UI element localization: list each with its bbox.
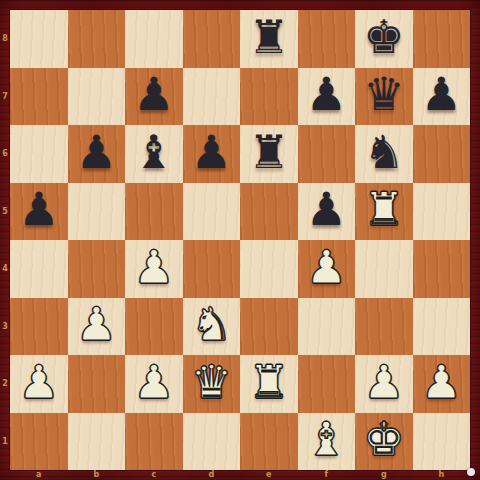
- piece-black-pawn-c7[interactable]: ♟: [133, 71, 174, 117]
- square-h4[interactable]: [413, 240, 471, 298]
- square-a3[interactable]: [10, 298, 68, 356]
- piece-black-rook-e6[interactable]: ♜: [248, 129, 289, 175]
- square-a6[interactable]: [10, 125, 68, 183]
- square-f8[interactable]: [298, 10, 356, 68]
- square-a2[interactable]: ♟: [10, 355, 68, 413]
- file-coordinates: abcdefgh: [10, 468, 470, 480]
- chess-board-app: ♜♚♟♟♛♟♟♝♟♜♞♟♟♜♟♟♟♞♟♟♛♜♟♟♝♚ 87654321 abcd…: [0, 0, 480, 480]
- square-e2[interactable]: ♜: [240, 355, 298, 413]
- square-a5[interactable]: ♟: [10, 183, 68, 241]
- square-g3[interactable]: [355, 298, 413, 356]
- rank-coordinates: 87654321: [0, 10, 10, 470]
- square-h6[interactable]: [413, 125, 471, 183]
- rank-label-4: 4: [0, 240, 10, 298]
- square-c6[interactable]: ♝: [125, 125, 183, 183]
- square-a1[interactable]: [10, 413, 68, 471]
- piece-white-rook-e2[interactable]: ♜: [248, 359, 289, 405]
- square-g8[interactable]: ♚: [355, 10, 413, 68]
- square-b3[interactable]: ♟: [68, 298, 126, 356]
- square-f1[interactable]: ♝: [298, 413, 356, 471]
- square-c8[interactable]: [125, 10, 183, 68]
- piece-white-rook-g5[interactable]: ♜: [363, 186, 404, 232]
- piece-white-queen-d2[interactable]: ♛: [191, 359, 232, 405]
- square-b6[interactable]: ♟: [68, 125, 126, 183]
- square-d7[interactable]: [183, 68, 241, 126]
- piece-black-pawn-a5[interactable]: ♟: [18, 186, 59, 232]
- square-h2[interactable]: ♟: [413, 355, 471, 413]
- square-c2[interactable]: ♟: [125, 355, 183, 413]
- square-d5[interactable]: [183, 183, 241, 241]
- rank-label-6: 6: [0, 125, 10, 183]
- square-d1[interactable]: [183, 413, 241, 471]
- square-d3[interactable]: ♞: [183, 298, 241, 356]
- rank-label-7: 7: [0, 68, 10, 126]
- square-a8[interactable]: [10, 10, 68, 68]
- square-e8[interactable]: ♜: [240, 10, 298, 68]
- rank-label-3: 3: [0, 298, 10, 356]
- square-h7[interactable]: ♟: [413, 68, 471, 126]
- piece-white-knight-d3[interactable]: ♞: [191, 301, 232, 347]
- piece-black-pawn-h7[interactable]: ♟: [421, 71, 462, 117]
- square-f6[interactable]: [298, 125, 356, 183]
- piece-black-knight-g6[interactable]: ♞: [363, 129, 404, 175]
- square-h8[interactable]: [413, 10, 471, 68]
- square-c5[interactable]: [125, 183, 183, 241]
- square-b1[interactable]: [68, 413, 126, 471]
- file-label-d: d: [183, 468, 241, 480]
- square-g5[interactable]: ♜: [355, 183, 413, 241]
- square-h3[interactable]: [413, 298, 471, 356]
- square-e3[interactable]: [240, 298, 298, 356]
- square-f2[interactable]: [298, 355, 356, 413]
- file-label-g: g: [355, 468, 413, 480]
- square-d4[interactable]: [183, 240, 241, 298]
- piece-black-pawn-b6[interactable]: ♟: [76, 129, 117, 175]
- square-g2[interactable]: ♟: [355, 355, 413, 413]
- square-c7[interactable]: ♟: [125, 68, 183, 126]
- file-label-c: c: [125, 468, 183, 480]
- piece-white-pawn-h2[interactable]: ♟: [421, 359, 462, 405]
- square-g6[interactable]: ♞: [355, 125, 413, 183]
- piece-black-rook-e8[interactable]: ♜: [248, 14, 289, 60]
- rank-label-5: 5: [0, 183, 10, 241]
- piece-white-pawn-b3[interactable]: ♟: [76, 301, 117, 347]
- square-b2[interactable]: [68, 355, 126, 413]
- side-to-move-indicator: [467, 468, 475, 476]
- square-b5[interactable]: [68, 183, 126, 241]
- square-c3[interactable]: [125, 298, 183, 356]
- square-g7[interactable]: ♛: [355, 68, 413, 126]
- file-label-f: f: [298, 468, 356, 480]
- square-d2[interactable]: ♛: [183, 355, 241, 413]
- piece-black-pawn-f5[interactable]: ♟: [306, 186, 347, 232]
- file-label-e: e: [240, 468, 298, 480]
- piece-white-pawn-a2[interactable]: ♟: [18, 359, 59, 405]
- square-f4[interactable]: ♟: [298, 240, 356, 298]
- square-c4[interactable]: ♟: [125, 240, 183, 298]
- piece-white-pawn-c2[interactable]: ♟: [133, 359, 174, 405]
- piece-white-bishop-f1[interactable]: ♝: [306, 416, 347, 462]
- square-b8[interactable]: [68, 10, 126, 68]
- square-h5[interactable]: [413, 183, 471, 241]
- piece-white-pawn-c4[interactable]: ♟: [133, 244, 174, 290]
- square-e6[interactable]: ♜: [240, 125, 298, 183]
- file-label-b: b: [68, 468, 126, 480]
- square-c1[interactable]: [125, 413, 183, 471]
- piece-black-pawn-d6[interactable]: ♟: [191, 129, 232, 175]
- piece-black-queen-g7[interactable]: ♛: [363, 71, 404, 117]
- square-f3[interactable]: [298, 298, 356, 356]
- square-h1[interactable]: [413, 413, 471, 471]
- square-d6[interactable]: ♟: [183, 125, 241, 183]
- square-f5[interactable]: ♟: [298, 183, 356, 241]
- file-label-a: a: [10, 468, 68, 480]
- rank-label-2: 2: [0, 355, 10, 413]
- square-e4[interactable]: [240, 240, 298, 298]
- square-g1[interactable]: ♚: [355, 413, 413, 471]
- square-e5[interactable]: [240, 183, 298, 241]
- square-g4[interactable]: [355, 240, 413, 298]
- rank-label-8: 8: [0, 10, 10, 68]
- piece-black-bishop-c6[interactable]: ♝: [133, 129, 174, 175]
- square-e1[interactable]: [240, 413, 298, 471]
- file-label-h: h: [413, 468, 471, 480]
- square-b4[interactable]: [68, 240, 126, 298]
- square-a7[interactable]: [10, 68, 68, 126]
- piece-black-pawn-f7[interactable]: ♟: [306, 71, 347, 117]
- piece-white-pawn-f4[interactable]: ♟: [306, 244, 347, 290]
- square-b7[interactable]: [68, 68, 126, 126]
- piece-white-king-g1[interactable]: ♚: [363, 416, 404, 462]
- chess-board[interactable]: ♜♚♟♟♛♟♟♝♟♜♞♟♟♜♟♟♟♞♟♟♛♜♟♟♝♚: [10, 10, 470, 470]
- rank-label-1: 1: [0, 413, 10, 471]
- square-a4[interactable]: [10, 240, 68, 298]
- square-f7[interactable]: ♟: [298, 68, 356, 126]
- piece-white-pawn-g2[interactable]: ♟: [363, 359, 404, 405]
- square-e7[interactable]: [240, 68, 298, 126]
- piece-black-king-g8[interactable]: ♚: [363, 14, 404, 60]
- square-d8[interactable]: [183, 10, 241, 68]
